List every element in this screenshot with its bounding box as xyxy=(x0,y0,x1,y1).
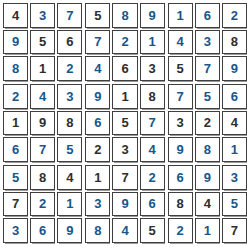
sudoku-cell-r4c5[interactable]: 1 xyxy=(112,84,137,109)
sudoku-cell-r9c4[interactable]: 8 xyxy=(85,218,110,243)
sudoku-cell-r9c7[interactable]: 2 xyxy=(168,218,193,243)
sudoku-board: 4379568125897214631624385792431986759186… xyxy=(3,3,247,243)
sudoku-app: 4379568125897214631624385792431986759186… xyxy=(0,0,250,248)
given-digit: 3 xyxy=(148,62,155,75)
sudoku-box-r2c1: 243198675 xyxy=(3,84,82,162)
sudoku-cell-r9c8[interactable]: 1 xyxy=(195,218,220,243)
entered-digit: 9 xyxy=(148,9,155,22)
given-digit: 4 xyxy=(204,197,211,210)
entered-digit: 4 xyxy=(177,35,184,48)
sudoku-cell-r5c1[interactable]: 1 xyxy=(3,111,28,136)
entered-digit: 5 xyxy=(12,171,19,184)
sudoku-cell-r3c5[interactable]: 6 xyxy=(112,56,137,81)
sudoku-box-r1c3: 162438579 xyxy=(168,3,247,81)
sudoku-cell-r9c5[interactable]: 4 xyxy=(112,218,137,243)
sudoku-cell-r7c3[interactable]: 4 xyxy=(57,165,82,190)
entered-digit: 9 xyxy=(177,143,184,156)
sudoku-cell-r9c1[interactable]: 3 xyxy=(3,218,28,243)
sudoku-cell-r1c2[interactable]: 3 xyxy=(30,3,55,28)
entered-digit: 1 xyxy=(148,35,155,48)
sudoku-cell-r6c9[interactable]: 1 xyxy=(222,137,247,162)
entered-digit: 5 xyxy=(66,143,73,156)
sudoku-cell-r6c5[interactable]: 3 xyxy=(112,137,137,162)
entered-digit: 4 xyxy=(94,62,101,75)
entered-digit: 6 xyxy=(231,90,238,103)
given-digit: 6 xyxy=(66,35,73,48)
sudoku-cell-r5c2[interactable]: 9 xyxy=(30,111,55,136)
sudoku-cell-r5c7[interactable]: 3 xyxy=(168,111,193,136)
given-digit: 8 xyxy=(39,171,46,184)
sudoku-cell-r3c7[interactable]: 5 xyxy=(168,56,193,81)
sudoku-box-r3c1: 584721369 xyxy=(3,165,82,243)
sudoku-cell-r7c8[interactable]: 9 xyxy=(195,165,220,190)
sudoku-cell-r9c3[interactable]: 9 xyxy=(57,218,82,243)
entered-digit: 3 xyxy=(94,197,101,210)
given-digit: 5 xyxy=(148,224,155,237)
sudoku-cell-r4c1[interactable]: 2 xyxy=(3,84,28,109)
sudoku-cell-r7c5[interactable]: 7 xyxy=(112,165,137,190)
sudoku-cell-r1c3[interactable]: 7 xyxy=(57,3,82,28)
sudoku-cell-r4c7[interactable]: 7 xyxy=(168,84,193,109)
entered-digit: 9 xyxy=(231,62,238,75)
given-digit: 5 xyxy=(39,35,46,48)
sudoku-box-r2c2: 918657234 xyxy=(85,84,164,162)
given-digit: 5 xyxy=(177,62,184,75)
sudoku-cell-r3c4[interactable]: 4 xyxy=(85,56,110,81)
sudoku-cell-r8c7[interactable]: 8 xyxy=(168,192,193,217)
sudoku-cell-r6c1[interactable]: 6 xyxy=(3,137,28,162)
sudoku-cell-r3c8[interactable]: 7 xyxy=(195,56,220,81)
sudoku-cell-r1c5[interactable]: 8 xyxy=(112,3,137,28)
entered-digit: 8 xyxy=(94,224,101,237)
given-digit: 7 xyxy=(231,224,238,237)
entered-digit: 2 xyxy=(231,9,238,22)
sudoku-cell-r8c3[interactable]: 1 xyxy=(57,192,82,217)
given-digit: 9 xyxy=(39,116,46,129)
entered-digit: 3 xyxy=(12,224,19,237)
entered-digit: 2 xyxy=(148,171,155,184)
entered-digit: 6 xyxy=(148,197,155,210)
sudoku-cell-r5c9[interactable]: 4 xyxy=(222,111,247,136)
sudoku-cell-r6c8[interactable]: 8 xyxy=(195,137,220,162)
sudoku-cell-r1c9[interactable]: 2 xyxy=(222,3,247,28)
sudoku-cell-r8c1[interactable]: 7 xyxy=(3,192,28,217)
sudoku-cell-r1c6[interactable]: 9 xyxy=(140,3,165,28)
sudoku-cell-r4c6[interactable]: 8 xyxy=(140,84,165,109)
given-digit: 2 xyxy=(94,143,101,156)
given-digit: 2 xyxy=(204,116,211,129)
entered-digit: 1 xyxy=(204,224,211,237)
sudoku-cell-r4c3[interactable]: 3 xyxy=(57,84,82,109)
given-digit: 4 xyxy=(66,171,73,184)
given-digit: 7 xyxy=(12,197,19,210)
entered-digit: 3 xyxy=(231,171,238,184)
sudoku-cell-r2c7[interactable]: 4 xyxy=(168,30,193,55)
entered-digit: 7 xyxy=(177,90,184,103)
given-digit: 4 xyxy=(12,9,19,22)
entered-digit: 1 xyxy=(66,197,73,210)
entered-digit: 2 xyxy=(66,62,73,75)
entered-digit: 4 xyxy=(39,90,46,103)
sudoku-cell-r2c3[interactable]: 6 xyxy=(57,30,82,55)
given-digit: 7 xyxy=(121,171,128,184)
entered-digit: 8 xyxy=(12,62,19,75)
sudoku-cell-r6c6[interactable]: 4 xyxy=(140,137,165,162)
sudoku-cell-r8c8[interactable]: 4 xyxy=(195,192,220,217)
entered-digit: 9 xyxy=(66,224,73,237)
given-digit: 1 xyxy=(121,90,128,103)
sudoku-cell-r2c4[interactable]: 7 xyxy=(85,30,110,55)
entered-digit: 6 xyxy=(94,116,101,129)
entered-digit: 7 xyxy=(94,35,101,48)
sudoku-cell-r2c6[interactable]: 1 xyxy=(140,30,165,55)
entered-digit: 7 xyxy=(39,143,46,156)
entered-digit: 4 xyxy=(121,224,128,237)
sudoku-cell-r3c9[interactable]: 9 xyxy=(222,56,247,81)
given-digit: 6 xyxy=(121,62,128,75)
sudoku-cell-r9c2[interactable]: 6 xyxy=(30,218,55,243)
sudoku-cell-r8c9[interactable]: 5 xyxy=(222,192,247,217)
sudoku-cell-r7c1[interactable]: 5 xyxy=(3,165,28,190)
entered-digit: 2 xyxy=(12,90,19,103)
sudoku-cell-r8c6[interactable]: 6 xyxy=(140,192,165,217)
given-digit: 8 xyxy=(148,90,155,103)
entered-digit: 3 xyxy=(39,9,46,22)
entered-digit: 1 xyxy=(177,9,184,22)
entered-digit: 6 xyxy=(39,224,46,237)
sudoku-cell-r1c4[interactable]: 5 xyxy=(85,3,110,28)
entered-digit: 7 xyxy=(148,116,155,129)
sudoku-cell-r3c3[interactable]: 2 xyxy=(57,56,82,81)
given-digit: 1 xyxy=(94,171,101,184)
entered-digit: 6 xyxy=(177,171,184,184)
sudoku-cell-r7c4[interactable]: 1 xyxy=(85,165,110,190)
sudoku-cell-r8c5[interactable]: 9 xyxy=(112,192,137,217)
entered-digit: 2 xyxy=(177,224,184,237)
entered-digit: 5 xyxy=(231,197,238,210)
sudoku-cell-r5c3[interactable]: 8 xyxy=(57,111,82,136)
sudoku-cell-r1c1[interactable]: 4 xyxy=(3,3,28,28)
entered-digit: 7 xyxy=(204,62,211,75)
entered-digit: 3 xyxy=(204,35,211,48)
sudoku-cell-r9c9[interactable]: 7 xyxy=(222,218,247,243)
sudoku-cell-r8c4[interactable]: 3 xyxy=(85,192,110,217)
sudoku-box-r1c2: 589721463 xyxy=(85,3,164,81)
sudoku-cell-r6c3[interactable]: 5 xyxy=(57,137,82,162)
entered-digit: 6 xyxy=(12,143,19,156)
sudoku-cell-r3c6[interactable]: 3 xyxy=(140,56,165,81)
sudoku-box-r2c3: 756324981 xyxy=(168,84,247,162)
sudoku-cell-r7c6[interactable]: 2 xyxy=(140,165,165,190)
entered-digit: 9 xyxy=(12,35,19,48)
sudoku-cell-r1c8[interactable]: 6 xyxy=(195,3,220,28)
entered-digit: 4 xyxy=(148,143,155,156)
sudoku-cell-r6c7[interactable]: 9 xyxy=(168,137,193,162)
entered-digit: 9 xyxy=(121,197,128,210)
entered-digit: 8 xyxy=(204,143,211,156)
given-digit: 5 xyxy=(94,9,101,22)
entered-digit: 7 xyxy=(66,9,73,22)
given-digit: 4 xyxy=(231,116,238,129)
sudoku-box-r3c2: 172396845 xyxy=(85,165,164,243)
sudoku-cell-r2c5[interactable]: 2 xyxy=(112,30,137,55)
entered-digit: 9 xyxy=(204,171,211,184)
given-digit: 3 xyxy=(121,143,128,156)
entered-digit: 6 xyxy=(204,9,211,22)
entered-digit: 2 xyxy=(121,35,128,48)
sudoku-cell-r9c6[interactable]: 5 xyxy=(140,218,165,243)
sudoku-cell-r6c2[interactable]: 7 xyxy=(30,137,55,162)
sudoku-cell-r4c8[interactable]: 5 xyxy=(195,84,220,109)
sudoku-cell-r7c9[interactable]: 3 xyxy=(222,165,247,190)
sudoku-cell-r7c7[interactable]: 6 xyxy=(168,165,193,190)
sudoku-cell-r4c9[interactable]: 6 xyxy=(222,84,247,109)
given-digit: 3 xyxy=(177,116,184,129)
entered-digit: 9 xyxy=(94,90,101,103)
sudoku-cell-r4c2[interactable]: 4 xyxy=(30,84,55,109)
sudoku-cell-r7c2[interactable]: 8 xyxy=(30,165,55,190)
sudoku-cell-r5c4[interactable]: 6 xyxy=(85,111,110,136)
entered-digit: 8 xyxy=(121,9,128,22)
entered-digit: 3 xyxy=(66,90,73,103)
entered-digit: 5 xyxy=(204,90,211,103)
sudoku-cell-r2c2[interactable]: 5 xyxy=(30,30,55,55)
given-digit: 8 xyxy=(231,35,238,48)
given-digit: 8 xyxy=(177,197,184,210)
given-digit: 1 xyxy=(39,62,46,75)
sudoku-cell-r4c4[interactable]: 9 xyxy=(85,84,110,109)
sudoku-cell-r2c8[interactable]: 3 xyxy=(195,30,220,55)
given-digit: 5 xyxy=(121,116,128,129)
sudoku-cell-r2c9[interactable]: 8 xyxy=(222,30,247,55)
sudoku-cell-r5c6[interactable]: 7 xyxy=(140,111,165,136)
given-digit: 8 xyxy=(66,116,73,129)
sudoku-cell-r5c8[interactable]: 2 xyxy=(195,111,220,136)
sudoku-cell-r6c4[interactable]: 2 xyxy=(85,137,110,162)
sudoku-cell-r8c2[interactable]: 2 xyxy=(30,192,55,217)
sudoku-cell-r3c2[interactable]: 1 xyxy=(30,56,55,81)
sudoku-box-r3c3: 693845217 xyxy=(168,165,247,243)
entered-digit: 1 xyxy=(231,143,238,156)
sudoku-cell-r5c5[interactable]: 5 xyxy=(112,111,137,136)
sudoku-cell-r1c7[interactable]: 1 xyxy=(168,3,193,28)
given-digit: 1 xyxy=(12,116,19,129)
entered-digit: 2 xyxy=(39,197,46,210)
sudoku-cell-r3c1[interactable]: 8 xyxy=(3,56,28,81)
sudoku-cell-r2c1[interactable]: 9 xyxy=(3,30,28,55)
sudoku-box-r1c1: 437956812 xyxy=(3,3,82,81)
